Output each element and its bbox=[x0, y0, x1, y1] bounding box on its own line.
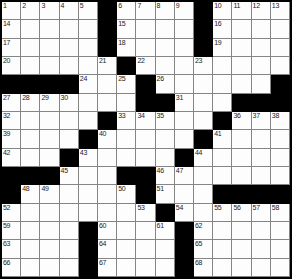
clue-number: 6 bbox=[118, 2, 122, 10]
cell[interactable] bbox=[175, 20, 194, 38]
black-cell bbox=[232, 185, 251, 203]
cell[interactable]: 7 bbox=[136, 2, 155, 20]
clue-number: 43 bbox=[80, 149, 87, 157]
clue-number: 53 bbox=[137, 204, 144, 212]
clue-number: 65 bbox=[195, 240, 202, 248]
cell[interactable]: 36 bbox=[232, 112, 251, 130]
clue-number: 47 bbox=[176, 167, 183, 175]
cell[interactable] bbox=[40, 204, 59, 222]
black-cell bbox=[175, 149, 194, 167]
cell[interactable]: 20 bbox=[2, 57, 21, 75]
cell[interactable] bbox=[21, 240, 40, 258]
clue-number: 13 bbox=[272, 2, 279, 10]
black-cell bbox=[194, 130, 213, 148]
cell[interactable] bbox=[175, 39, 194, 57]
cell[interactable] bbox=[60, 259, 79, 277]
cell[interactable] bbox=[98, 149, 117, 167]
cell[interactable]: 55 bbox=[213, 204, 232, 222]
cell[interactable]: 1 bbox=[2, 2, 21, 20]
clue-number: 19 bbox=[214, 39, 221, 47]
cell[interactable]: 14 bbox=[2, 20, 21, 38]
black-cell bbox=[79, 240, 98, 258]
cell[interactable] bbox=[252, 130, 271, 148]
cell[interactable]: 24 bbox=[79, 75, 98, 93]
cell[interactable] bbox=[98, 185, 117, 203]
black-cell bbox=[156, 94, 175, 112]
cell[interactable] bbox=[271, 20, 290, 38]
clue-number: 20 bbox=[3, 57, 10, 65]
cell[interactable] bbox=[98, 167, 117, 185]
cell[interactable]: 8 bbox=[156, 2, 175, 20]
cell[interactable] bbox=[136, 149, 155, 167]
cell[interactable]: 30 bbox=[60, 94, 79, 112]
cell[interactable]: 5 bbox=[79, 2, 98, 20]
cell[interactable]: 61 bbox=[156, 222, 175, 240]
clue-number: 36 bbox=[233, 112, 240, 120]
clue-number: 22 bbox=[137, 57, 144, 65]
clue-number: 12 bbox=[253, 2, 260, 10]
cell[interactable] bbox=[21, 130, 40, 148]
cell[interactable] bbox=[98, 94, 117, 112]
clue-number: 25 bbox=[118, 75, 125, 83]
clue-number: 38 bbox=[272, 112, 279, 120]
cell[interactable]: 46 bbox=[156, 167, 175, 185]
cell[interactable] bbox=[60, 112, 79, 130]
cell[interactable] bbox=[194, 94, 213, 112]
cell[interactable]: 22 bbox=[136, 57, 155, 75]
cell[interactable] bbox=[232, 259, 251, 277]
cell[interactable]: 32 bbox=[2, 112, 21, 130]
cell[interactable] bbox=[213, 240, 232, 258]
black-cell bbox=[79, 222, 98, 240]
clue-number: 64 bbox=[99, 240, 106, 248]
clue-number: 24 bbox=[80, 75, 87, 83]
cell[interactable]: 9 bbox=[175, 2, 194, 20]
cell[interactable]: 43 bbox=[79, 149, 98, 167]
cell[interactable] bbox=[136, 130, 155, 148]
cell[interactable]: 3 bbox=[40, 2, 59, 20]
cell[interactable]: 45 bbox=[60, 167, 79, 185]
cell[interactable]: 54 bbox=[175, 204, 194, 222]
cell[interactable] bbox=[21, 204, 40, 222]
clue-number: 23 bbox=[195, 57, 202, 65]
cell[interactable] bbox=[232, 130, 251, 148]
cell[interactable]: 33 bbox=[117, 112, 136, 130]
clue-number: 51 bbox=[157, 185, 164, 193]
cell[interactable]: 52 bbox=[2, 204, 21, 222]
cell[interactable] bbox=[60, 204, 79, 222]
clue-number: 34 bbox=[137, 112, 144, 120]
cell[interactable]: 21 bbox=[98, 57, 117, 75]
cell[interactable]: 15 bbox=[117, 20, 136, 38]
cell[interactable]: 38 bbox=[271, 112, 290, 130]
cell[interactable] bbox=[252, 75, 271, 93]
clue-number: 37 bbox=[253, 112, 260, 120]
cell[interactable] bbox=[156, 130, 175, 148]
clue-number: 57 bbox=[253, 204, 260, 212]
black-cell bbox=[271, 94, 290, 112]
cell[interactable] bbox=[271, 57, 290, 75]
clue-number: 55 bbox=[214, 204, 221, 212]
cell[interactable]: 25 bbox=[117, 75, 136, 93]
cell[interactable] bbox=[156, 39, 175, 57]
cell[interactable] bbox=[21, 57, 40, 75]
black-cell bbox=[194, 2, 213, 20]
cell[interactable] bbox=[271, 222, 290, 240]
cell[interactable] bbox=[117, 259, 136, 277]
cell[interactable] bbox=[194, 75, 213, 93]
clue-number: 63 bbox=[3, 240, 10, 248]
crossword-board: 1234567891011121314151617181920212223242… bbox=[0, 0, 292, 279]
cell[interactable]: 48 bbox=[21, 185, 40, 203]
clue-number: 66 bbox=[3, 259, 10, 267]
cell[interactable]: 50 bbox=[117, 185, 136, 203]
cell[interactable]: 68 bbox=[194, 259, 213, 277]
cell[interactable] bbox=[136, 259, 155, 277]
cell[interactable] bbox=[117, 240, 136, 258]
clue-number: 56 bbox=[233, 204, 240, 212]
black-cell bbox=[194, 39, 213, 57]
black-cell bbox=[21, 167, 40, 185]
clue-number: 26 bbox=[157, 75, 164, 83]
clue-number: 61 bbox=[157, 222, 164, 230]
black-cell bbox=[98, 39, 117, 57]
cell[interactable]: 16 bbox=[213, 20, 232, 38]
clue-number: 33 bbox=[118, 112, 125, 120]
cell[interactable] bbox=[117, 204, 136, 222]
cell[interactable] bbox=[175, 130, 194, 148]
cell[interactable]: 27 bbox=[2, 94, 21, 112]
black-cell bbox=[40, 167, 59, 185]
cell[interactable] bbox=[213, 222, 232, 240]
clue-number: 16 bbox=[214, 20, 221, 28]
cell[interactable] bbox=[136, 20, 155, 38]
cell[interactable] bbox=[271, 240, 290, 258]
black-cell bbox=[175, 222, 194, 240]
cell[interactable] bbox=[194, 204, 213, 222]
cell[interactable] bbox=[252, 149, 271, 167]
clue-number: 2 bbox=[22, 2, 26, 10]
cell[interactable]: 18 bbox=[117, 39, 136, 57]
cell[interactable] bbox=[136, 39, 155, 57]
cell[interactable]: 47 bbox=[175, 167, 194, 185]
cell[interactable] bbox=[21, 112, 40, 130]
cell[interactable] bbox=[232, 240, 251, 258]
cell[interactable] bbox=[175, 112, 194, 130]
black-cell bbox=[136, 167, 155, 185]
cell[interactable] bbox=[60, 185, 79, 203]
cell[interactable]: 51 bbox=[156, 185, 175, 203]
cell[interactable] bbox=[232, 20, 251, 38]
cell[interactable] bbox=[98, 75, 117, 93]
black-cell bbox=[2, 75, 21, 93]
cell[interactable] bbox=[60, 20, 79, 38]
cell[interactable] bbox=[60, 39, 79, 57]
clue-number: 44 bbox=[195, 149, 202, 157]
cell[interactable]: 64 bbox=[98, 240, 117, 258]
cell[interactable] bbox=[79, 112, 98, 130]
cell[interactable] bbox=[252, 240, 271, 258]
cell[interactable] bbox=[79, 39, 98, 57]
cell[interactable] bbox=[21, 39, 40, 57]
clue-number: 68 bbox=[195, 259, 202, 267]
cell[interactable] bbox=[40, 240, 59, 258]
black-cell bbox=[271, 185, 290, 203]
black-cell bbox=[117, 167, 136, 185]
cell[interactable] bbox=[252, 167, 271, 185]
black-cell bbox=[136, 185, 155, 203]
cell[interactable] bbox=[252, 222, 271, 240]
clue-number: 11 bbox=[233, 2, 240, 10]
cell[interactable] bbox=[213, 75, 232, 93]
cell[interactable] bbox=[175, 185, 194, 203]
clue-number: 59 bbox=[3, 222, 10, 230]
cell[interactable] bbox=[117, 222, 136, 240]
clue-number: 50 bbox=[118, 185, 125, 193]
cell[interactable] bbox=[21, 222, 40, 240]
cell[interactable] bbox=[252, 20, 271, 38]
cell[interactable] bbox=[271, 149, 290, 167]
clue-number: 8 bbox=[157, 2, 161, 10]
cell[interactable]: 40 bbox=[98, 130, 117, 148]
clue-number: 48 bbox=[22, 185, 29, 193]
clue-number: 62 bbox=[195, 222, 202, 230]
cell[interactable] bbox=[40, 112, 59, 130]
cell[interactable] bbox=[40, 39, 59, 57]
cell[interactable]: 49 bbox=[40, 185, 59, 203]
cell[interactable]: 62 bbox=[194, 222, 213, 240]
clue-number: 10 bbox=[214, 2, 221, 10]
clue-number: 45 bbox=[61, 167, 68, 175]
black-cell bbox=[175, 259, 194, 277]
cell[interactable] bbox=[232, 39, 251, 57]
clue-number: 4 bbox=[61, 2, 65, 10]
cell[interactable]: 60 bbox=[98, 222, 117, 240]
black-cell bbox=[252, 185, 271, 203]
clue-number: 30 bbox=[61, 94, 68, 102]
black-cell bbox=[175, 240, 194, 258]
cell[interactable] bbox=[98, 204, 117, 222]
cell[interactable] bbox=[79, 204, 98, 222]
clue-number: 14 bbox=[3, 20, 10, 28]
cell[interactable] bbox=[213, 167, 232, 185]
cell[interactable] bbox=[21, 259, 40, 277]
cell[interactable]: 42 bbox=[2, 149, 21, 167]
cell[interactable] bbox=[79, 185, 98, 203]
cell[interactable]: 26 bbox=[156, 75, 175, 93]
black-cell bbox=[271, 75, 290, 93]
clue-number: 35 bbox=[157, 112, 164, 120]
clue-number: 31 bbox=[176, 94, 183, 102]
cell[interactable]: 63 bbox=[2, 240, 21, 258]
black-cell bbox=[60, 75, 79, 93]
cell[interactable] bbox=[60, 222, 79, 240]
cell[interactable] bbox=[213, 149, 232, 167]
cell[interactable] bbox=[213, 57, 232, 75]
cell[interactable]: 53 bbox=[136, 204, 155, 222]
cell[interactable] bbox=[156, 259, 175, 277]
cell[interactable]: 56 bbox=[232, 204, 251, 222]
cell[interactable] bbox=[271, 39, 290, 57]
cell[interactable]: 57 bbox=[252, 204, 271, 222]
cell[interactable] bbox=[156, 149, 175, 167]
cell[interactable] bbox=[232, 149, 251, 167]
black-cell bbox=[98, 20, 117, 38]
cell[interactable] bbox=[156, 240, 175, 258]
cell[interactable]: 4 bbox=[60, 2, 79, 20]
cell[interactable] bbox=[271, 167, 290, 185]
cell[interactable] bbox=[40, 20, 59, 38]
cell[interactable]: 13 bbox=[271, 2, 290, 20]
cell[interactable] bbox=[156, 20, 175, 38]
clue-number: 39 bbox=[3, 130, 10, 138]
clue-number: 7 bbox=[137, 2, 141, 10]
cell[interactable] bbox=[232, 167, 251, 185]
black-cell bbox=[252, 94, 271, 112]
cell[interactable] bbox=[79, 167, 98, 185]
cell[interactable] bbox=[60, 130, 79, 148]
clue-number: 49 bbox=[41, 185, 48, 193]
cell[interactable] bbox=[117, 149, 136, 167]
clue-number: 15 bbox=[118, 20, 125, 28]
cell[interactable] bbox=[213, 259, 232, 277]
black-cell bbox=[79, 130, 98, 148]
cell[interactable]: 41 bbox=[213, 130, 232, 148]
black-cell bbox=[213, 112, 232, 130]
clue-number: 32 bbox=[3, 112, 10, 120]
clue-number: 5 bbox=[80, 2, 84, 10]
cell[interactable]: 12 bbox=[252, 2, 271, 20]
cell[interactable] bbox=[252, 259, 271, 277]
clue-number: 1 bbox=[3, 2, 7, 10]
black-cell bbox=[60, 149, 79, 167]
cell[interactable] bbox=[40, 57, 59, 75]
black-cell bbox=[2, 167, 21, 185]
cell[interactable] bbox=[40, 259, 59, 277]
clue-number: 40 bbox=[99, 130, 106, 138]
clue-number: 67 bbox=[99, 259, 106, 267]
cell[interactable] bbox=[117, 94, 136, 112]
cell[interactable] bbox=[117, 130, 136, 148]
cell[interactable] bbox=[156, 57, 175, 75]
cell[interactable]: 35 bbox=[156, 112, 175, 130]
cell[interactable]: 37 bbox=[252, 112, 271, 130]
black-cell bbox=[98, 112, 117, 130]
crossword-grid: 1234567891011121314151617181920212223242… bbox=[0, 0, 292, 279]
cell[interactable] bbox=[194, 185, 213, 203]
clue-number: 28 bbox=[22, 94, 29, 102]
cell[interactable] bbox=[252, 57, 271, 75]
black-cell bbox=[98, 2, 117, 20]
cell[interactable]: 23 bbox=[194, 57, 213, 75]
black-cell bbox=[156, 204, 175, 222]
cell[interactable] bbox=[40, 130, 59, 148]
clue-number: 21 bbox=[99, 57, 106, 65]
cell[interactable] bbox=[79, 94, 98, 112]
clue-number: 29 bbox=[41, 94, 48, 102]
cell[interactable] bbox=[194, 167, 213, 185]
clue-number: 18 bbox=[118, 39, 125, 47]
cell[interactable] bbox=[40, 222, 59, 240]
cell[interactable]: 67 bbox=[98, 259, 117, 277]
cell[interactable] bbox=[40, 149, 59, 167]
cell[interactable]: 66 bbox=[2, 259, 21, 277]
cell[interactable]: 19 bbox=[213, 39, 232, 57]
cell[interactable]: 11 bbox=[232, 2, 251, 20]
black-cell bbox=[117, 57, 136, 75]
black-cell bbox=[194, 20, 213, 38]
cell[interactable]: 17 bbox=[2, 39, 21, 57]
cell[interactable] bbox=[21, 149, 40, 167]
cell[interactable]: 65 bbox=[194, 240, 213, 258]
black-cell bbox=[21, 75, 40, 93]
clue-number: 42 bbox=[3, 149, 10, 157]
cell[interactable]: 29 bbox=[40, 94, 59, 112]
cell[interactable]: 58 bbox=[271, 204, 290, 222]
clue-number: 52 bbox=[3, 204, 10, 212]
cell[interactable] bbox=[232, 75, 251, 93]
black-cell bbox=[136, 94, 155, 112]
black-cell bbox=[79, 259, 98, 277]
cell[interactable]: 39 bbox=[2, 130, 21, 148]
cell[interactable] bbox=[175, 75, 194, 93]
cell[interactable] bbox=[60, 57, 79, 75]
cell[interactable] bbox=[271, 130, 290, 148]
clue-number: 3 bbox=[41, 2, 45, 10]
black-cell bbox=[40, 75, 59, 93]
cell[interactable]: 28 bbox=[21, 94, 40, 112]
cell[interactable] bbox=[136, 240, 155, 258]
cell[interactable] bbox=[79, 57, 98, 75]
cell[interactable]: 59 bbox=[2, 222, 21, 240]
clue-number: 54 bbox=[176, 204, 183, 212]
black-cell bbox=[2, 185, 21, 203]
cell[interactable] bbox=[271, 259, 290, 277]
cell[interactable] bbox=[232, 222, 251, 240]
cell[interactable] bbox=[252, 39, 271, 57]
cell[interactable]: 34 bbox=[136, 112, 155, 130]
clue-number: 17 bbox=[3, 39, 10, 47]
cell[interactable] bbox=[213, 94, 232, 112]
cell[interactable] bbox=[175, 57, 194, 75]
cell[interactable]: 31 bbox=[175, 94, 194, 112]
clue-number: 46 bbox=[157, 167, 164, 175]
clue-number: 60 bbox=[99, 222, 106, 230]
cell[interactable] bbox=[136, 222, 155, 240]
cell[interactable] bbox=[60, 240, 79, 258]
black-cell bbox=[232, 94, 251, 112]
cell[interactable] bbox=[79, 20, 98, 38]
cell[interactable] bbox=[21, 20, 40, 38]
black-cell bbox=[136, 75, 155, 93]
clue-number: 58 bbox=[272, 204, 279, 212]
cell[interactable]: 44 bbox=[194, 149, 213, 167]
black-cell bbox=[213, 185, 232, 203]
cell[interactable] bbox=[194, 112, 213, 130]
clue-number: 41 bbox=[214, 130, 221, 138]
clue-number: 9 bbox=[176, 2, 180, 10]
cell[interactable]: 6 bbox=[117, 2, 136, 20]
cell[interactable]: 2 bbox=[21, 2, 40, 20]
cell[interactable] bbox=[232, 57, 251, 75]
clue-number: 27 bbox=[3, 94, 10, 102]
cell[interactable]: 10 bbox=[213, 2, 232, 20]
